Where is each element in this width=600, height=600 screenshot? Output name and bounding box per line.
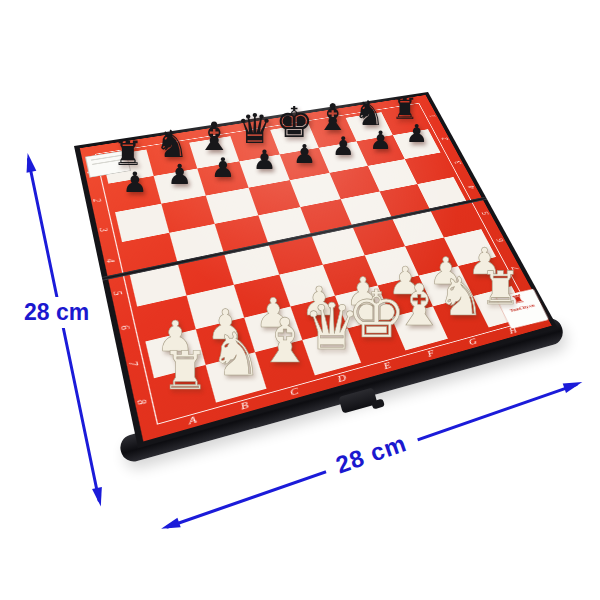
arrowhead-icon: [159, 518, 180, 534]
file-label: A: [183, 412, 203, 429]
latch-pin: [371, 399, 385, 410]
arrowhead-icon: [92, 487, 106, 508]
chess-board: ABCDEFGH1122334455667788 ♜ TomCity.vn: [74, 92, 558, 448]
file-label: C: [285, 384, 304, 400]
file-label: B: [235, 398, 255, 415]
squares-grid: [102, 107, 528, 418]
arrowhead-icon: [563, 377, 584, 393]
height-label: 28 cm: [20, 297, 93, 328]
arrowhead-icon: [23, 152, 37, 173]
product-photo-scene: ABCDEFGH1122334455667788 ♜ TomCity.vn ♜♞…: [0, 0, 600, 600]
width-label: 28 cm: [321, 425, 422, 483]
